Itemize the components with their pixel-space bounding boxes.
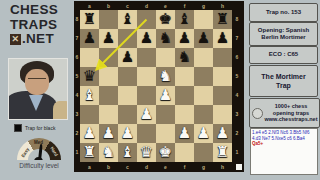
square-d1: ♛ <box>137 143 156 162</box>
globe-icon <box>252 108 263 119</box>
square-a2: ♟ <box>80 124 99 143</box>
white-pawn: ♟ <box>156 86 175 105</box>
board-squares: ♜♝♚♝♜♟♟♟♞♟♟♟♟♞♛♞♝♟♟♟♟♟♟♟♟♜♞♝♛♚♜ <box>80 10 232 162</box>
black-queen: ♛ <box>80 67 99 86</box>
black-square-marker-icon <box>14 124 22 132</box>
black-pawn: ♟ <box>80 29 99 48</box>
square-b1: ♞ <box>99 143 118 162</box>
square-f6: ♞ <box>175 48 194 67</box>
last-move-text: Qa5+ <box>252 141 263 146</box>
square-h2: ♟ <box>213 124 232 143</box>
white-knight: ♞ <box>99 143 118 162</box>
file-labels-bottom: abcdefgh <box>80 164 232 170</box>
eco-code: ECO : C65 <box>269 51 298 59</box>
white-knight: ♞ <box>156 67 175 86</box>
square-b2: ♟ <box>99 124 118 143</box>
square-e6 <box>156 48 175 67</box>
promo-box: 1000+ chess opening traps www.chesstraps… <box>249 98 320 128</box>
square-b8 <box>99 10 118 29</box>
white-bishop: ♝ <box>80 86 99 105</box>
square-c3 <box>118 105 137 124</box>
white-rook: ♜ <box>213 143 232 162</box>
square-g8 <box>194 10 213 29</box>
square-c6: ♟ <box>118 48 137 67</box>
square-f1 <box>175 143 194 162</box>
white-to-move-indicator <box>236 164 242 170</box>
logo-line-1: CHESS <box>10 3 58 18</box>
square-h5 <box>213 67 232 86</box>
difficulty-gauge: Easy Med Hard <box>17 138 61 160</box>
square-d4 <box>137 86 156 105</box>
square-g4 <box>194 86 213 105</box>
black-pawn: ♟ <box>194 29 213 48</box>
white-pawn: ♟ <box>194 124 213 143</box>
square-c5 <box>118 67 137 86</box>
square-c7 <box>118 29 137 48</box>
square-a4: ♝ <box>80 86 99 105</box>
trap-number: Trap no. 153 <box>266 9 301 17</box>
white-pawn: ♟ <box>99 124 118 143</box>
move-list: 1.e4 e5 2.Nf3 Nc6 3.Bb5 Nf6 4.d3 Ne7 5.N… <box>250 128 318 175</box>
trap-title-line-1: The Mortimer <box>261 72 305 81</box>
trap-title-box: The Mortimer Trap <box>249 65 318 97</box>
square-e3 <box>156 105 175 124</box>
square-f2: ♟ <box>175 124 194 143</box>
white-rook: ♜ <box>80 143 99 162</box>
square-d6 <box>137 48 156 67</box>
white-pawn: ♟ <box>80 124 99 143</box>
photo-glasses <box>28 78 46 83</box>
white-queen: ♛ <box>137 143 156 162</box>
square-b7: ♟ <box>99 29 118 48</box>
square-a5: ♛ <box>80 67 99 86</box>
square-d3: ♟ <box>137 105 156 124</box>
photo-hand <box>53 101 68 120</box>
black-knight: ♞ <box>175 48 194 67</box>
square-b5 <box>99 67 118 86</box>
chess-board: abcdefgh abcdefgh 87654321 87654321 ♜♝♚♝… <box>74 1 244 172</box>
square-h7: ♟ <box>213 29 232 48</box>
difficulty-label: Difficulty level <box>0 162 78 169</box>
square-e2 <box>156 124 175 143</box>
black-bishop: ♝ <box>118 10 137 29</box>
trap-for-black-row: Trap for black <box>14 124 55 132</box>
square-g5 <box>194 67 213 86</box>
board-x-icon: ✕ <box>10 34 21 45</box>
square-h3 <box>213 105 232 124</box>
trap-title-line-2: Trap <box>276 81 291 90</box>
square-a6 <box>80 48 99 67</box>
square-e7: ♞ <box>156 29 175 48</box>
white-pawn: ♟ <box>118 124 137 143</box>
square-d8 <box>137 10 156 29</box>
moves-text: 1.e4 e5 2.Nf3 Nc6 3.Bb5 Nf6 4.d3 Ne7 5.N… <box>252 130 310 141</box>
square-e4: ♟ <box>156 86 175 105</box>
square-h8: ♜ <box>213 10 232 29</box>
white-king: ♚ <box>156 143 175 162</box>
black-pawn: ♟ <box>175 29 194 48</box>
square-a8: ♜ <box>80 10 99 29</box>
white-pawn: ♟ <box>213 124 232 143</box>
gauge-hub <box>34 157 43 160</box>
black-knight: ♞ <box>156 29 175 48</box>
square-c1: ♝ <box>118 143 137 162</box>
square-c8: ♝ <box>118 10 137 29</box>
square-e5: ♞ <box>156 67 175 86</box>
square-g3 <box>194 105 213 124</box>
logo-line-3: .NET <box>22 32 54 47</box>
square-a1: ♜ <box>80 143 99 162</box>
square-f4 <box>175 86 194 105</box>
white-pawn: ♟ <box>175 124 194 143</box>
square-b6 <box>99 48 118 67</box>
black-bishop: ♝ <box>175 10 194 29</box>
square-a7: ♟ <box>80 29 99 48</box>
opening-line-1: Opening: Spanish <box>258 27 309 35</box>
black-rook: ♜ <box>80 10 99 29</box>
file-labels-top: abcdefgh <box>80 3 232 9</box>
square-f7: ♟ <box>175 29 194 48</box>
square-d2 <box>137 124 156 143</box>
square-c4 <box>118 86 137 105</box>
square-c2: ♟ <box>118 124 137 143</box>
promo-url: www.chesstraps.net <box>265 116 318 123</box>
black-pawn: ♟ <box>137 29 156 48</box>
black-pawn: ♟ <box>118 48 137 67</box>
black-rook: ♜ <box>213 10 232 29</box>
square-f5 <box>175 67 194 86</box>
trap-for-label: Trap for black <box>25 125 55 131</box>
opening-box: Opening: Spanish Berlin Mortimer <box>249 22 318 46</box>
black-king: ♚ <box>156 10 175 29</box>
square-h4 <box>213 86 232 105</box>
white-pawn: ♟ <box>137 105 156 124</box>
white-bishop: ♝ <box>118 143 137 162</box>
square-g1 <box>194 143 213 162</box>
square-b3 <box>99 105 118 124</box>
square-e1: ♚ <box>156 143 175 162</box>
black-pawn: ♟ <box>99 29 118 48</box>
logo-line-2: TRAPS <box>10 18 58 33</box>
square-b4 <box>99 86 118 105</box>
square-f3 <box>175 105 194 124</box>
square-e8: ♚ <box>156 10 175 29</box>
square-d5 <box>137 67 156 86</box>
video-frame: CHESS TRAPS ✕ .NET Trap for black Easy M… <box>0 0 320 180</box>
eco-box: ECO : C65 <box>249 46 318 64</box>
black-pawn: ♟ <box>213 29 232 48</box>
trap-number-box: Trap no. 153 <box>249 3 318 22</box>
opening-line-2: Berlin Mortimer <box>261 34 305 42</box>
square-a3 <box>80 105 99 124</box>
chesstraps-logo: CHESS TRAPS ✕ .NET <box>10 3 58 47</box>
square-g6 <box>194 48 213 67</box>
square-g7: ♟ <box>194 29 213 48</box>
presenter-photo <box>8 58 68 120</box>
square-h6 <box>213 48 232 67</box>
rank-labels-right: 87654321 <box>234 10 240 162</box>
square-g2: ♟ <box>194 124 213 143</box>
square-h1: ♜ <box>213 143 232 162</box>
square-f8: ♝ <box>175 10 194 29</box>
square-d7: ♟ <box>137 29 156 48</box>
